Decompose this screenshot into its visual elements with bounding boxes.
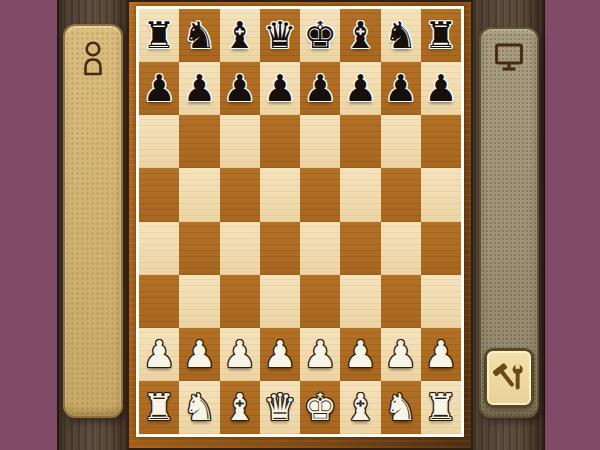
square-h2[interactable]: ♟ <box>421 328 461 381</box>
piece-white-pawn[interactable]: ♟ <box>344 336 377 373</box>
piece-black-pawn[interactable]: ♟ <box>424 70 457 107</box>
square-g1[interactable]: ♞ <box>381 381 421 434</box>
piece-black-king[interactable]: ♚ <box>304 17 337 54</box>
square-e1[interactable]: ♚ <box>300 381 340 434</box>
piece-white-rook[interactable]: ♜ <box>143 389 176 426</box>
square-h7[interactable]: ♟ <box>421 62 461 115</box>
square-g7[interactable]: ♟ <box>381 62 421 115</box>
square-g2[interactable]: ♟ <box>381 328 421 381</box>
square-g4[interactable] <box>381 222 421 275</box>
piece-white-rook[interactable]: ♜ <box>424 389 457 426</box>
square-f1[interactable]: ♝ <box>340 381 380 434</box>
square-b3[interactable] <box>179 275 219 328</box>
piece-black-queen[interactable]: ♛ <box>263 17 296 54</box>
piece-white-queen[interactable]: ♛ <box>263 389 296 426</box>
piece-black-rook[interactable]: ♜ <box>143 17 176 54</box>
square-e3[interactable] <box>300 275 340 328</box>
square-d2[interactable]: ♟ <box>260 328 300 381</box>
piece-white-pawn[interactable]: ♟ <box>223 336 256 373</box>
square-a2[interactable]: ♟ <box>139 328 179 381</box>
square-f7[interactable]: ♟ <box>340 62 380 115</box>
square-b5[interactable] <box>179 168 219 221</box>
square-c2[interactable]: ♟ <box>220 328 260 381</box>
square-g6[interactable] <box>381 115 421 168</box>
square-e2[interactable]: ♟ <box>300 328 340 381</box>
piece-black-knight[interactable]: ♞ <box>183 17 216 54</box>
square-e5[interactable] <box>300 168 340 221</box>
piece-white-pawn[interactable]: ♟ <box>263 336 296 373</box>
piece-white-pawn[interactable]: ♟ <box>183 336 216 373</box>
square-h8[interactable]: ♜ <box>421 9 461 62</box>
square-d7[interactable]: ♟ <box>260 62 300 115</box>
square-h5[interactable] <box>421 168 461 221</box>
square-c4[interactable] <box>220 222 260 275</box>
piece-black-rook[interactable]: ♜ <box>424 17 457 54</box>
square-b6[interactable] <box>179 115 219 168</box>
square-h3[interactable] <box>421 275 461 328</box>
piece-white-pawn[interactable]: ♟ <box>384 336 417 373</box>
piece-white-bishop[interactable]: ♝ <box>223 389 256 426</box>
square-f2[interactable]: ♟ <box>340 328 380 381</box>
square-f4[interactable] <box>340 222 380 275</box>
square-g3[interactable] <box>381 275 421 328</box>
board-inner-border: ♜♞♝♛♚♝♞♜♟♟♟♟♟♟♟♟♟♟♟♟♟♟♟♟♜♞♝♛♚♝♞♜ <box>136 6 464 437</box>
square-b4[interactable] <box>179 222 219 275</box>
square-a4[interactable] <box>139 222 179 275</box>
square-a7[interactable]: ♟ <box>139 62 179 115</box>
square-d3[interactable] <box>260 275 300 328</box>
square-g8[interactable]: ♞ <box>381 9 421 62</box>
square-b2[interactable]: ♟ <box>179 328 219 381</box>
piece-white-pawn[interactable]: ♟ <box>304 336 337 373</box>
square-h4[interactable] <box>421 222 461 275</box>
square-h1[interactable]: ♜ <box>421 381 461 434</box>
piece-black-pawn[interactable]: ♟ <box>384 70 417 107</box>
square-c6[interactable] <box>220 115 260 168</box>
square-f8[interactable]: ♝ <box>340 9 380 62</box>
piece-black-knight[interactable]: ♞ <box>384 17 417 54</box>
square-d6[interactable] <box>260 115 300 168</box>
square-b7[interactable]: ♟ <box>179 62 219 115</box>
square-d5[interactable] <box>260 168 300 221</box>
square-e4[interactable] <box>300 222 340 275</box>
square-a1[interactable]: ♜ <box>139 381 179 434</box>
piece-white-pawn[interactable]: ♟ <box>143 336 176 373</box>
square-f3[interactable] <box>340 275 380 328</box>
computer-panel <box>479 27 539 418</box>
square-f5[interactable] <box>340 168 380 221</box>
square-c3[interactable] <box>220 275 260 328</box>
piece-white-king[interactable]: ♚ <box>304 389 337 426</box>
square-a6[interactable] <box>139 115 179 168</box>
piece-white-knight[interactable]: ♞ <box>384 389 417 426</box>
piece-black-pawn[interactable]: ♟ <box>183 70 216 107</box>
square-a3[interactable] <box>139 275 179 328</box>
piece-white-knight[interactable]: ♞ <box>183 389 216 426</box>
square-e7[interactable]: ♟ <box>300 62 340 115</box>
square-b1[interactable]: ♞ <box>179 381 219 434</box>
square-a8[interactable]: ♜ <box>139 9 179 62</box>
piece-black-pawn[interactable]: ♟ <box>223 70 256 107</box>
square-c5[interactable] <box>220 168 260 221</box>
square-a5[interactable] <box>139 168 179 221</box>
square-h6[interactable] <box>421 115 461 168</box>
square-c8[interactable]: ♝ <box>220 9 260 62</box>
settings-button[interactable] <box>484 348 534 408</box>
piece-white-pawn[interactable]: ♟ <box>424 336 457 373</box>
square-b8[interactable]: ♞ <box>179 9 219 62</box>
piece-black-pawn[interactable]: ♟ <box>263 70 296 107</box>
player-panel <box>63 24 123 418</box>
computer-icon <box>492 41 526 73</box>
square-e8[interactable]: ♚ <box>300 9 340 62</box>
player-icon <box>77 38 109 78</box>
piece-black-pawn[interactable]: ♟ <box>143 70 176 107</box>
piece-black-bishop[interactable]: ♝ <box>223 17 256 54</box>
square-e6[interactable] <box>300 115 340 168</box>
tools-icon <box>493 360 525 396</box>
chess-board: ♜♞♝♛♚♝♞♜♟♟♟♟♟♟♟♟♟♟♟♟♟♟♟♟♜♞♝♛♚♝♞♜ <box>139 9 461 434</box>
square-g5[interactable] <box>381 168 421 221</box>
square-d8[interactable]: ♛ <box>260 9 300 62</box>
piece-black-pawn[interactable]: ♟ <box>344 70 377 107</box>
square-f6[interactable] <box>340 115 380 168</box>
piece-white-bishop[interactable]: ♝ <box>344 389 377 426</box>
piece-black-bishop[interactable]: ♝ <box>344 17 377 54</box>
square-c1[interactable]: ♝ <box>220 381 260 434</box>
square-c7[interactable]: ♟ <box>220 62 260 115</box>
square-d1[interactable]: ♛ <box>260 381 300 434</box>
piece-black-pawn[interactable]: ♟ <box>304 70 337 107</box>
chess-board-frame: ♜♞♝♛♚♝♞♜♟♟♟♟♟♟♟♟♟♟♟♟♟♟♟♟♜♞♝♛♚♝♞♜ <box>127 0 473 450</box>
square-d4[interactable] <box>260 222 300 275</box>
